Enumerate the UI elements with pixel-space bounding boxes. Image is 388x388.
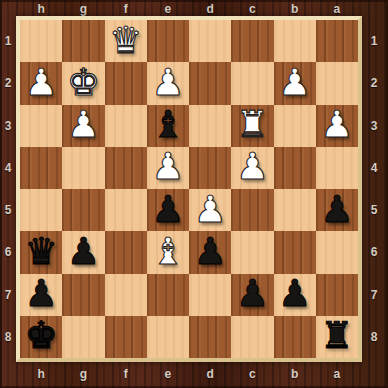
square-a3[interactable]: ♟: [316, 105, 358, 147]
square-c1[interactable]: [231, 20, 273, 62]
piece-black-bishop[interactable]: ♝: [151, 106, 184, 143]
chess-board: hgfedcba hgfedcba 12345678 12345678 ♛♟♚♟…: [0, 0, 388, 388]
square-c7[interactable]: ♟: [231, 274, 273, 316]
square-g5[interactable]: [62, 189, 104, 231]
square-h1[interactable]: [20, 20, 62, 62]
file-label-b: b: [274, 362, 316, 386]
square-d5[interactable]: ♟: [189, 189, 231, 231]
rank-label-8: 8: [362, 316, 386, 358]
file-label-a: a: [316, 362, 358, 386]
square-a4[interactable]: [316, 147, 358, 189]
rank-label-3: 3: [362, 105, 386, 147]
piece-white-pawn[interactable]: ♟: [236, 148, 269, 185]
square-e2[interactable]: ♟: [147, 62, 189, 104]
square-f7[interactable]: [105, 274, 147, 316]
square-e4[interactable]: ♟: [147, 147, 189, 189]
square-f3[interactable]: [105, 105, 147, 147]
piece-white-pawn[interactable]: ♟: [25, 64, 58, 101]
file-label-f: f: [105, 362, 147, 386]
rank-label-4: 4: [362, 147, 386, 189]
file-label-h: h: [20, 362, 62, 386]
square-e8[interactable]: [147, 316, 189, 358]
square-c5[interactable]: [231, 189, 273, 231]
piece-white-pawn[interactable]: ♟: [320, 106, 353, 143]
square-d7[interactable]: [189, 274, 231, 316]
square-d2[interactable]: [189, 62, 231, 104]
square-a5[interactable]: ♟: [316, 189, 358, 231]
square-c3[interactable]: ♜: [231, 105, 273, 147]
file-label-b: b: [274, 0, 316, 17]
file-label-d: d: [189, 362, 231, 386]
piece-black-queen[interactable]: ♛: [25, 233, 58, 270]
square-a2[interactable]: [316, 62, 358, 104]
square-a7[interactable]: [316, 274, 358, 316]
square-e1[interactable]: [147, 20, 189, 62]
rank-label-5: 5: [0, 189, 16, 231]
piece-white-pawn[interactable]: ♟: [67, 106, 100, 143]
square-d8[interactable]: [189, 316, 231, 358]
file-label-g: g: [62, 362, 104, 386]
rank-label-1: 1: [0, 20, 16, 62]
rank-labels-left: 12345678: [0, 20, 16, 358]
rank-labels-right: 12345678: [362, 20, 386, 358]
square-c2[interactable]: [231, 62, 273, 104]
rank-label-4: 4: [0, 147, 16, 189]
file-label-c: c: [231, 0, 273, 17]
rank-label-3: 3: [0, 105, 16, 147]
piece-black-pawn[interactable]: ♟: [278, 275, 311, 312]
square-h7[interactable]: ♟: [20, 274, 62, 316]
rank-label-2: 2: [362, 62, 386, 104]
piece-black-pawn[interactable]: ♟: [151, 191, 184, 228]
square-h5[interactable]: [20, 189, 62, 231]
file-labels-bottom: hgfedcba: [20, 362, 358, 386]
square-b8[interactable]: [274, 316, 316, 358]
piece-white-queen[interactable]: ♛: [109, 22, 142, 59]
square-c6[interactable]: [231, 231, 273, 273]
square-f8[interactable]: [105, 316, 147, 358]
square-f2[interactable]: [105, 62, 147, 104]
square-d4[interactable]: [189, 147, 231, 189]
file-label-e: e: [147, 0, 189, 17]
file-label-d: d: [189, 0, 231, 17]
square-a6[interactable]: [316, 231, 358, 273]
square-a1[interactable]: [316, 20, 358, 62]
piece-white-pawn[interactable]: ♟: [194, 191, 227, 228]
square-e6[interactable]: ♝: [147, 231, 189, 273]
square-a8[interactable]: ♜: [316, 316, 358, 358]
square-b5[interactable]: [274, 189, 316, 231]
square-f5[interactable]: [105, 189, 147, 231]
piece-white-king[interactable]: ♚: [67, 64, 100, 101]
piece-white-pawn[interactable]: ♟: [278, 64, 311, 101]
square-h8[interactable]: ♚: [20, 316, 62, 358]
piece-black-pawn[interactable]: ♟: [25, 275, 58, 312]
square-e3[interactable]: ♝: [147, 105, 189, 147]
rank-label-7: 7: [362, 274, 386, 316]
piece-black-pawn[interactable]: ♟: [194, 233, 227, 270]
square-g3[interactable]: ♟: [62, 105, 104, 147]
piece-black-pawn[interactable]: ♟: [236, 275, 269, 312]
square-d3[interactable]: [189, 105, 231, 147]
piece-black-pawn[interactable]: ♟: [67, 233, 100, 270]
square-g7[interactable]: [62, 274, 104, 316]
square-g4[interactable]: [62, 147, 104, 189]
file-labels-top: hgfedcba: [20, 0, 358, 17]
square-b7[interactable]: ♟: [274, 274, 316, 316]
square-f6[interactable]: [105, 231, 147, 273]
square-h4[interactable]: [20, 147, 62, 189]
file-label-c: c: [231, 362, 273, 386]
square-b1[interactable]: [274, 20, 316, 62]
square-f1[interactable]: ♛: [105, 20, 147, 62]
square-b3[interactable]: [274, 105, 316, 147]
square-g1[interactable]: [62, 20, 104, 62]
piece-white-pawn[interactable]: ♟: [151, 64, 184, 101]
piece-black-king[interactable]: ♚: [25, 317, 58, 354]
square-e5[interactable]: ♟: [147, 189, 189, 231]
file-label-h: h: [20, 0, 62, 17]
piece-black-pawn[interactable]: ♟: [320, 191, 353, 228]
rank-label-8: 8: [0, 316, 16, 358]
square-g8[interactable]: [62, 316, 104, 358]
board-grid: ♛♟♚♟♟♟♝♜♟♟♟♟♟♟♛♟♝♟♟♟♟♚♜: [16, 16, 362, 362]
rank-label-6: 6: [362, 231, 386, 273]
square-g6[interactable]: ♟: [62, 231, 104, 273]
rank-label-6: 6: [0, 231, 16, 273]
piece-black-rook[interactable]: ♜: [320, 317, 353, 354]
file-label-a: a: [316, 0, 358, 17]
square-g2[interactable]: ♚: [62, 62, 104, 104]
file-label-f: f: [105, 0, 147, 17]
square-c4[interactable]: ♟: [231, 147, 273, 189]
square-h2[interactable]: ♟: [20, 62, 62, 104]
square-b2[interactable]: ♟: [274, 62, 316, 104]
square-c8[interactable]: [231, 316, 273, 358]
square-f4[interactable]: [105, 147, 147, 189]
square-b4[interactable]: [274, 147, 316, 189]
square-h3[interactable]: [20, 105, 62, 147]
rank-label-5: 5: [362, 189, 386, 231]
piece-white-pawn[interactable]: ♟: [151, 148, 184, 185]
square-e7[interactable]: [147, 274, 189, 316]
file-label-g: g: [62, 0, 104, 17]
rank-label-2: 2: [0, 62, 16, 104]
square-b6[interactable]: [274, 231, 316, 273]
piece-white-bishop[interactable]: ♝: [151, 233, 184, 270]
square-h6[interactable]: ♛: [20, 231, 62, 273]
rank-label-7: 7: [0, 274, 16, 316]
rank-label-1: 1: [362, 20, 386, 62]
square-d1[interactable]: [189, 20, 231, 62]
piece-white-rook[interactable]: ♜: [236, 106, 269, 143]
square-d6[interactable]: ♟: [189, 231, 231, 273]
file-label-e: e: [147, 362, 189, 386]
